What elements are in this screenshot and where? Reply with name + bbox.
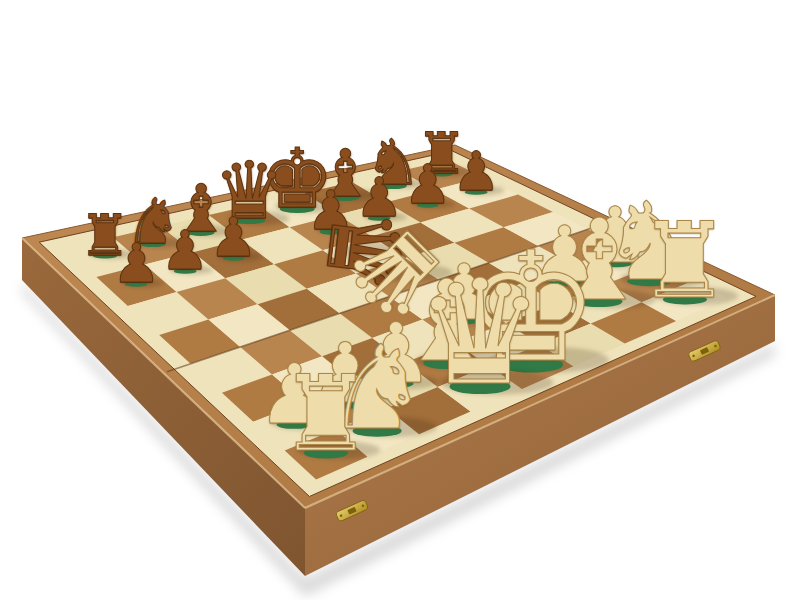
white-rook-h1[interactable]: ♜ — [638, 208, 732, 313]
white-queen-d1[interactable]: ♛ — [415, 261, 545, 406]
black-pawn-c7[interactable]: ♟ — [209, 211, 257, 265]
black-pawn-h7[interactable]: ♟ — [452, 145, 500, 199]
black-pawn-b7[interactable]: ♟ — [161, 224, 209, 278]
white-rook-a1[interactable]: ♜ — [279, 362, 373, 467]
black-pawn-a7[interactable]: ♟ — [112, 237, 160, 291]
product-photo-stage: ♜♞♝♛♚♝♞♜♟♟♟♟♟♟♟♜♞♛♚♜♟♟♟♝♝♞♟♟♟♛♛ — [0, 0, 800, 600]
